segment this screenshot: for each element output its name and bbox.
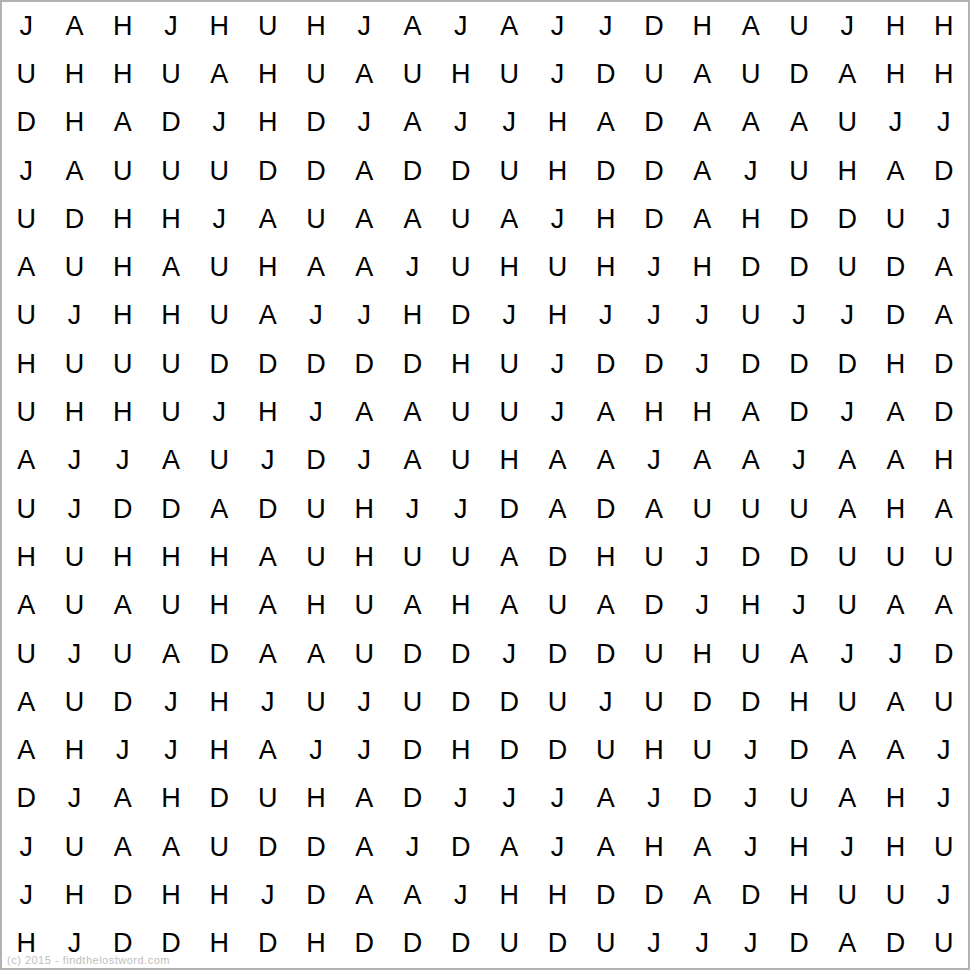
grid-cell[interactable]: A xyxy=(388,388,436,436)
grid-cell[interactable]: H xyxy=(195,871,243,919)
grid-cell[interactable]: D xyxy=(533,920,581,968)
grid-cell[interactable]: D xyxy=(99,485,147,533)
grid-cell[interactable]: D xyxy=(437,920,485,968)
grid-cell[interactable]: A xyxy=(340,775,388,823)
grid-cell[interactable]: U xyxy=(2,485,50,533)
grid-cell[interactable]: D xyxy=(630,2,678,50)
grid-cell[interactable]: H xyxy=(243,243,291,291)
grid-cell[interactable]: J xyxy=(823,292,871,340)
grid-cell[interactable]: A xyxy=(871,582,919,630)
grid-cell[interactable]: A xyxy=(243,726,291,774)
grid-cell[interactable]: U xyxy=(147,50,195,98)
grid-cell[interactable]: H xyxy=(437,50,485,98)
grid-cell[interactable]: D xyxy=(775,50,823,98)
grid-cell[interactable]: U xyxy=(99,340,147,388)
grid-cell[interactable]: J xyxy=(388,485,436,533)
grid-cell[interactable]: J xyxy=(243,678,291,726)
grid-cell[interactable]: D xyxy=(437,630,485,678)
grid-cell[interactable]: D xyxy=(775,533,823,581)
grid-cell[interactable]: U xyxy=(437,195,485,243)
grid-cell[interactable]: J xyxy=(823,823,871,871)
grid-cell[interactable]: D xyxy=(775,388,823,436)
grid-cell[interactable]: D xyxy=(292,147,340,195)
grid-cell[interactable]: U xyxy=(99,147,147,195)
grid-cell[interactable]: J xyxy=(388,243,436,291)
grid-cell[interactable]: D xyxy=(582,340,630,388)
grid-cell[interactable]: U xyxy=(388,678,436,726)
grid-cell[interactable]: U xyxy=(195,147,243,195)
grid-cell[interactable]: H xyxy=(50,871,98,919)
grid-cell[interactable]: H xyxy=(871,485,919,533)
grid-cell[interactable]: U xyxy=(678,726,726,774)
grid-cell[interactable]: D xyxy=(726,243,774,291)
grid-cell[interactable]: J xyxy=(726,920,774,968)
grid-cell[interactable]: A xyxy=(340,50,388,98)
grid-cell[interactable]: A xyxy=(243,533,291,581)
grid-cell[interactable]: A xyxy=(147,243,195,291)
grid-cell[interactable]: A xyxy=(582,823,630,871)
grid-cell[interactable]: H xyxy=(485,243,533,291)
grid-cell[interactable]: D xyxy=(775,920,823,968)
grid-cell[interactable]: J xyxy=(678,292,726,340)
grid-cell[interactable]: D xyxy=(437,823,485,871)
grid-cell[interactable]: U xyxy=(871,195,919,243)
grid-cell[interactable]: J xyxy=(920,775,968,823)
grid-cell[interactable]: H xyxy=(823,147,871,195)
grid-cell[interactable]: A xyxy=(920,292,968,340)
grid-cell[interactable]: A xyxy=(147,823,195,871)
grid-cell[interactable]: J xyxy=(195,99,243,147)
grid-cell[interactable]: D xyxy=(292,99,340,147)
grid-cell[interactable]: H xyxy=(195,582,243,630)
grid-cell[interactable]: H xyxy=(99,388,147,436)
grid-cell[interactable]: H xyxy=(99,195,147,243)
grid-cell[interactable]: D xyxy=(871,292,919,340)
grid-cell[interactable]: U xyxy=(2,195,50,243)
grid-cell[interactable]: U xyxy=(871,871,919,919)
grid-cell[interactable]: D xyxy=(726,533,774,581)
grid-cell[interactable]: H xyxy=(243,50,291,98)
grid-cell[interactable]: H xyxy=(871,823,919,871)
grid-cell[interactable]: U xyxy=(50,533,98,581)
grid-cell[interactable]: H xyxy=(871,775,919,823)
grid-cell[interactable]: U xyxy=(388,533,436,581)
grid-cell[interactable]: H xyxy=(292,2,340,50)
grid-cell[interactable]: A xyxy=(2,678,50,726)
grid-cell[interactable]: U xyxy=(292,50,340,98)
grid-cell[interactable]: D xyxy=(388,340,436,388)
grid-cell[interactable]: U xyxy=(292,195,340,243)
grid-cell[interactable]: D xyxy=(388,630,436,678)
grid-cell[interactable]: D xyxy=(533,533,581,581)
grid-cell[interactable]: D xyxy=(147,485,195,533)
grid-cell[interactable]: U xyxy=(775,2,823,50)
grid-cell[interactable]: H xyxy=(437,340,485,388)
grid-cell[interactable]: U xyxy=(920,920,968,968)
grid-cell[interactable]: D xyxy=(340,340,388,388)
grid-cell[interactable]: J xyxy=(437,871,485,919)
grid-cell[interactable]: H xyxy=(340,485,388,533)
grid-cell[interactable]: H xyxy=(871,2,919,50)
grid-cell[interactable]: U xyxy=(485,50,533,98)
grid-cell[interactable]: J xyxy=(292,292,340,340)
grid-cell[interactable]: D xyxy=(775,243,823,291)
grid-cell[interactable]: D xyxy=(920,630,968,678)
grid-cell[interactable]: U xyxy=(437,533,485,581)
grid-cell[interactable]: J xyxy=(871,99,919,147)
grid-cell[interactable]: A xyxy=(775,630,823,678)
grid-cell[interactable]: U xyxy=(50,582,98,630)
grid-cell[interactable]: A xyxy=(871,147,919,195)
grid-cell[interactable]: H xyxy=(871,50,919,98)
grid-cell[interactable]: U xyxy=(243,775,291,823)
grid-cell[interactable]: H xyxy=(99,533,147,581)
grid-cell[interactable]: D xyxy=(775,340,823,388)
grid-cell[interactable]: J xyxy=(678,582,726,630)
grid-cell[interactable]: H xyxy=(533,99,581,147)
grid-cell[interactable]: A xyxy=(775,99,823,147)
grid-cell[interactable]: H xyxy=(533,147,581,195)
grid-cell[interactable]: J xyxy=(340,2,388,50)
grid-cell[interactable]: H xyxy=(582,195,630,243)
grid-cell[interactable]: J xyxy=(340,678,388,726)
grid-cell[interactable]: H xyxy=(533,871,581,919)
grid-cell[interactable]: D xyxy=(485,485,533,533)
grid-cell[interactable]: J xyxy=(147,2,195,50)
grid-cell[interactable]: H xyxy=(630,823,678,871)
grid-cell[interactable]: A xyxy=(920,582,968,630)
grid-cell[interactable]: J xyxy=(630,437,678,485)
grid-cell[interactable]: J xyxy=(582,2,630,50)
grid-cell[interactable]: D xyxy=(533,726,581,774)
grid-cell[interactable]: J xyxy=(920,726,968,774)
grid-cell[interactable]: H xyxy=(388,292,436,340)
grid-cell[interactable]: D xyxy=(920,388,968,436)
grid-cell[interactable]: H xyxy=(678,630,726,678)
grid-cell[interactable]: A xyxy=(340,195,388,243)
grid-cell[interactable]: A xyxy=(582,388,630,436)
grid-cell[interactable]: A xyxy=(678,147,726,195)
grid-cell[interactable]: D xyxy=(388,147,436,195)
grid-cell[interactable]: H xyxy=(50,726,98,774)
grid-cell[interactable]: H xyxy=(920,50,968,98)
grid-cell[interactable]: A xyxy=(388,99,436,147)
grid-cell[interactable]: A xyxy=(340,388,388,436)
grid-cell[interactable]: D xyxy=(823,340,871,388)
grid-cell[interactable]: D xyxy=(485,678,533,726)
grid-cell[interactable]: D xyxy=(195,630,243,678)
grid-cell[interactable]: D xyxy=(630,871,678,919)
grid-cell[interactable]: H xyxy=(485,871,533,919)
grid-cell[interactable]: D xyxy=(388,920,436,968)
grid-cell[interactable]: J xyxy=(630,920,678,968)
grid-cell[interactable]: H xyxy=(630,388,678,436)
grid-cell[interactable]: J xyxy=(533,2,581,50)
grid-cell[interactable]: D xyxy=(50,195,98,243)
grid-cell[interactable]: J xyxy=(485,775,533,823)
grid-cell[interactable]: D xyxy=(920,340,968,388)
grid-cell[interactable]: A xyxy=(243,195,291,243)
grid-cell[interactable]: J xyxy=(775,437,823,485)
grid-cell[interactable]: J xyxy=(533,775,581,823)
grid-cell[interactable]: A xyxy=(823,485,871,533)
grid-cell[interactable]: J xyxy=(678,533,726,581)
grid-cell[interactable]: J xyxy=(243,871,291,919)
grid-cell[interactable]: H xyxy=(195,533,243,581)
grid-cell[interactable]: U xyxy=(50,678,98,726)
grid-cell[interactable]: J xyxy=(630,775,678,823)
grid-cell[interactable]: U xyxy=(2,388,50,436)
grid-cell[interactable]: D xyxy=(99,678,147,726)
grid-cell[interactable]: D xyxy=(243,920,291,968)
grid-cell[interactable]: J xyxy=(775,292,823,340)
grid-cell[interactable]: D xyxy=(630,99,678,147)
grid-cell[interactable]: U xyxy=(292,485,340,533)
grid-cell[interactable]: D xyxy=(630,147,678,195)
grid-cell[interactable]: A xyxy=(533,437,581,485)
grid-cell[interactable]: D xyxy=(2,775,50,823)
grid-cell[interactable]: U xyxy=(437,388,485,436)
grid-cell[interactable]: D xyxy=(630,582,678,630)
grid-cell[interactable]: U xyxy=(582,726,630,774)
grid-cell[interactable]: A xyxy=(99,775,147,823)
grid-cell[interactable]: J xyxy=(340,99,388,147)
grid-cell[interactable]: A xyxy=(2,437,50,485)
grid-cell[interactable]: D xyxy=(388,726,436,774)
grid-cell[interactable]: H xyxy=(437,582,485,630)
grid-cell[interactable]: U xyxy=(920,533,968,581)
grid-cell[interactable]: A xyxy=(485,533,533,581)
grid-cell[interactable]: A xyxy=(630,485,678,533)
grid-cell[interactable]: U xyxy=(485,920,533,968)
grid-cell[interactable]: D xyxy=(871,920,919,968)
grid-cell[interactable]: D xyxy=(582,485,630,533)
grid-cell[interactable]: D xyxy=(630,195,678,243)
grid-cell[interactable]: D xyxy=(920,147,968,195)
grid-cell[interactable]: H xyxy=(99,292,147,340)
grid-cell[interactable]: A xyxy=(726,437,774,485)
grid-cell[interactable]: J xyxy=(533,50,581,98)
grid-cell[interactable]: H xyxy=(775,678,823,726)
grid-cell[interactable]: H xyxy=(437,726,485,774)
grid-cell[interactable]: J xyxy=(920,99,968,147)
grid-cell[interactable]: J xyxy=(340,726,388,774)
grid-cell[interactable]: A xyxy=(823,50,871,98)
grid-cell[interactable]: H xyxy=(2,340,50,388)
grid-cell[interactable]: H xyxy=(50,50,98,98)
grid-cell[interactable]: U xyxy=(726,630,774,678)
grid-cell[interactable]: A xyxy=(99,823,147,871)
grid-cell[interactable]: D xyxy=(292,871,340,919)
grid-cell[interactable]: A xyxy=(726,2,774,50)
grid-cell[interactable]: U xyxy=(50,243,98,291)
grid-cell[interactable]: U xyxy=(823,243,871,291)
grid-cell[interactable]: U xyxy=(630,630,678,678)
grid-cell[interactable]: A xyxy=(678,50,726,98)
grid-cell[interactable]: U xyxy=(340,630,388,678)
grid-cell[interactable]: U xyxy=(195,437,243,485)
grid-cell[interactable]: D xyxy=(292,823,340,871)
grid-cell[interactable]: U xyxy=(630,533,678,581)
grid-cell[interactable]: H xyxy=(582,243,630,291)
grid-cell[interactable]: A xyxy=(726,99,774,147)
grid-cell[interactable]: J xyxy=(823,2,871,50)
grid-cell[interactable]: J xyxy=(340,292,388,340)
grid-cell[interactable]: H xyxy=(147,775,195,823)
grid-cell[interactable]: J xyxy=(147,678,195,726)
grid-cell[interactable]: H xyxy=(340,533,388,581)
grid-cell[interactable]: H xyxy=(243,388,291,436)
grid-cell[interactable]: J xyxy=(678,340,726,388)
grid-cell[interactable]: U xyxy=(823,678,871,726)
grid-cell[interactable]: D xyxy=(582,871,630,919)
grid-cell[interactable]: D xyxy=(726,871,774,919)
grid-cell[interactable]: D xyxy=(775,195,823,243)
grid-cell[interactable]: J xyxy=(582,678,630,726)
grid-cell[interactable]: A xyxy=(533,485,581,533)
grid-cell[interactable]: A xyxy=(485,823,533,871)
grid-cell[interactable]: D xyxy=(437,292,485,340)
grid-cell[interactable]: U xyxy=(775,147,823,195)
grid-cell[interactable]: U xyxy=(2,50,50,98)
grid-cell[interactable]: D xyxy=(775,726,823,774)
grid-cell[interactable]: A xyxy=(678,823,726,871)
grid-cell[interactable]: H xyxy=(195,920,243,968)
grid-cell[interactable]: J xyxy=(533,195,581,243)
grid-cell[interactable]: H xyxy=(485,437,533,485)
grid-cell[interactable]: A xyxy=(388,582,436,630)
grid-cell[interactable]: J xyxy=(50,437,98,485)
grid-cell[interactable]: J xyxy=(437,99,485,147)
grid-cell[interactable]: H xyxy=(630,726,678,774)
grid-cell[interactable]: U xyxy=(775,485,823,533)
grid-cell[interactable]: U xyxy=(195,823,243,871)
grid-cell[interactable]: A xyxy=(388,437,436,485)
grid-cell[interactable]: A xyxy=(2,726,50,774)
grid-cell[interactable]: U xyxy=(147,340,195,388)
grid-cell[interactable]: H xyxy=(292,920,340,968)
grid-cell[interactable]: A xyxy=(388,871,436,919)
grid-cell[interactable]: H xyxy=(99,2,147,50)
grid-cell[interactable]: H xyxy=(147,292,195,340)
grid-cell[interactable]: A xyxy=(292,243,340,291)
grid-cell[interactable]: J xyxy=(437,775,485,823)
grid-cell[interactable]: J xyxy=(147,726,195,774)
grid-cell[interactable]: U xyxy=(485,147,533,195)
grid-cell[interactable]: D xyxy=(678,678,726,726)
grid-cell[interactable]: D xyxy=(678,775,726,823)
grid-cell[interactable]: U xyxy=(871,533,919,581)
grid-cell[interactable]: H xyxy=(2,533,50,581)
grid-cell[interactable]: H xyxy=(243,99,291,147)
grid-cell[interactable]: U xyxy=(147,582,195,630)
grid-cell[interactable]: J xyxy=(678,920,726,968)
grid-cell[interactable]: U xyxy=(582,920,630,968)
grid-cell[interactable]: A xyxy=(2,582,50,630)
grid-cell[interactable]: J xyxy=(437,2,485,50)
grid-cell[interactable]: U xyxy=(340,582,388,630)
grid-cell[interactable]: H xyxy=(920,437,968,485)
grid-cell[interactable]: A xyxy=(485,2,533,50)
grid-cell[interactable]: J xyxy=(50,630,98,678)
grid-cell[interactable]: J xyxy=(292,388,340,436)
grid-cell[interactable]: A xyxy=(99,99,147,147)
grid-cell[interactable]: D xyxy=(823,195,871,243)
grid-cell[interactable]: U xyxy=(726,292,774,340)
grid-cell[interactable]: A xyxy=(678,437,726,485)
grid-cell[interactable]: A xyxy=(582,582,630,630)
grid-cell[interactable]: U xyxy=(533,582,581,630)
grid-cell[interactable]: H xyxy=(99,50,147,98)
grid-cell[interactable]: A xyxy=(243,630,291,678)
grid-cell[interactable]: A xyxy=(582,99,630,147)
grid-cell[interactable]: D xyxy=(582,147,630,195)
grid-cell[interactable]: H xyxy=(678,2,726,50)
grid-cell[interactable]: J xyxy=(243,437,291,485)
grid-cell[interactable]: J xyxy=(195,388,243,436)
grid-cell[interactable]: H xyxy=(147,871,195,919)
grid-cell[interactable]: D xyxy=(630,340,678,388)
grid-cell[interactable]: H xyxy=(726,195,774,243)
grid-cell[interactable]: U xyxy=(823,871,871,919)
grid-cell[interactable]: A xyxy=(388,2,436,50)
grid-cell[interactable]: D xyxy=(99,871,147,919)
grid-cell[interactable]: D xyxy=(195,340,243,388)
grid-cell[interactable]: A xyxy=(871,726,919,774)
grid-cell[interactable]: J xyxy=(50,485,98,533)
grid-cell[interactable]: U xyxy=(630,678,678,726)
grid-cell[interactable]: A xyxy=(99,582,147,630)
grid-cell[interactable]: A xyxy=(823,437,871,485)
grid-cell[interactable]: A xyxy=(485,195,533,243)
grid-cell[interactable]: J xyxy=(195,195,243,243)
grid-cell[interactable]: H xyxy=(292,582,340,630)
grid-cell[interactable]: J xyxy=(485,630,533,678)
grid-cell[interactable]: J xyxy=(823,388,871,436)
grid-cell[interactable]: D xyxy=(195,775,243,823)
grid-cell[interactable]: U xyxy=(243,2,291,50)
grid-cell[interactable]: U xyxy=(533,678,581,726)
grid-cell[interactable]: J xyxy=(2,823,50,871)
grid-cell[interactable]: A xyxy=(871,678,919,726)
grid-cell[interactable]: D xyxy=(726,340,774,388)
grid-cell[interactable]: J xyxy=(2,871,50,919)
grid-cell[interactable]: U xyxy=(823,582,871,630)
grid-cell[interactable]: J xyxy=(871,630,919,678)
grid-cell[interactable]: D xyxy=(582,630,630,678)
grid-cell[interactable]: H xyxy=(582,533,630,581)
grid-cell[interactable]: H xyxy=(726,582,774,630)
grid-cell[interactable]: U xyxy=(388,50,436,98)
grid-cell[interactable]: J xyxy=(99,437,147,485)
grid-cell[interactable]: U xyxy=(823,99,871,147)
grid-cell[interactable]: A xyxy=(243,292,291,340)
grid-cell[interactable]: U xyxy=(726,485,774,533)
grid-cell[interactable]: U xyxy=(823,533,871,581)
grid-cell[interactable]: D xyxy=(243,340,291,388)
grid-cell[interactable]: A xyxy=(823,775,871,823)
grid-cell[interactable]: U xyxy=(50,340,98,388)
grid-cell[interactable]: U xyxy=(292,533,340,581)
grid-cell[interactable]: J xyxy=(726,823,774,871)
grid-cell[interactable]: U xyxy=(485,388,533,436)
grid-cell[interactable]: J xyxy=(823,630,871,678)
grid-cell[interactable]: A xyxy=(147,630,195,678)
grid-cell[interactable]: H xyxy=(775,871,823,919)
grid-cell[interactable]: A xyxy=(340,871,388,919)
grid-cell[interactable]: D xyxy=(437,147,485,195)
grid-cell[interactable]: J xyxy=(775,582,823,630)
